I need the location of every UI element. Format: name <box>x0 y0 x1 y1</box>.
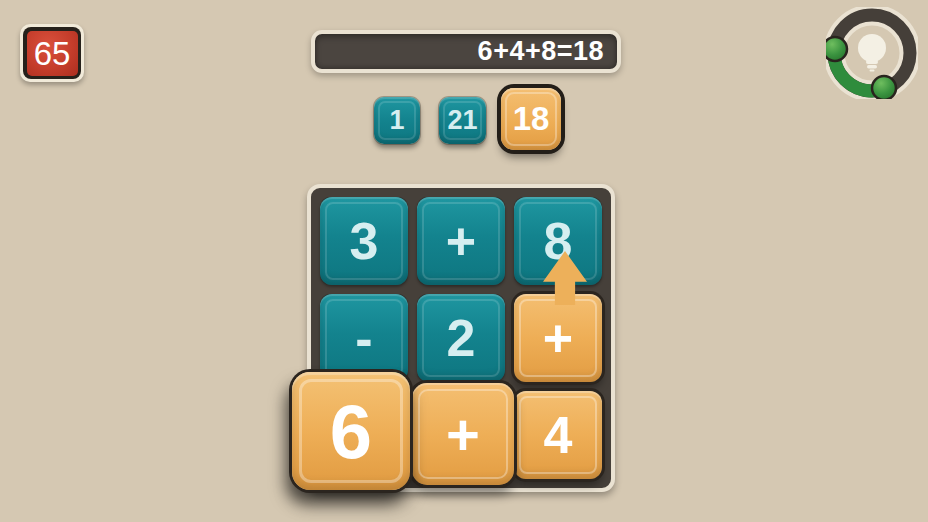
target-tile-21-label: 21 <box>447 105 477 136</box>
cell-r2c1: - <box>320 294 408 382</box>
target-tile-21[interactable]: 21 <box>439 97 486 144</box>
tile-4-selected[interactable]: 4 <box>514 391 602 479</box>
equation-bar: 6+4+8=18 <box>311 30 621 73</box>
cell-r2c2: 2 <box>417 294 505 382</box>
tile-2[interactable]: 2 <box>417 294 505 382</box>
cell-r2c3: + <box>514 294 602 382</box>
tile-3[interactable]: 3 <box>320 197 408 285</box>
level-badge: 65 <box>20 24 84 82</box>
target-tile-18-label: 18 <box>513 100 550 138</box>
level-number: 65 <box>27 31 78 76</box>
hint-button[interactable] <box>826 7 918 99</box>
tile-6-dragging[interactable]: 6 <box>292 372 410 490</box>
cell-r3c3: 4 <box>514 391 602 479</box>
hint-progress-ring <box>826 7 918 99</box>
target-tile-1[interactable]: 1 <box>374 97 420 144</box>
tile-plus-right-selected[interactable]: + <box>514 294 602 382</box>
tile-plus-top[interactable]: + <box>417 197 505 285</box>
progress-knob-end <box>872 76 896 99</box>
target-tile-18-selected[interactable]: 18 <box>501 88 561 150</box>
tile-minus[interactable]: - <box>320 294 408 382</box>
target-tile-1-label: 1 <box>389 105 404 136</box>
tile-plus-bottom-selected[interactable]: + <box>412 383 514 485</box>
level-badge-frame: 65 <box>23 27 81 79</box>
cell-r1c1: 3 <box>320 197 408 285</box>
cell-r1c2: + <box>417 197 505 285</box>
progress-knob-start <box>826 37 847 61</box>
equation-text: 6+4+8=18 <box>478 36 604 67</box>
lightbulb-icon <box>858 34 886 72</box>
game-screen: 65 6+4+8=18 <box>0 0 928 522</box>
